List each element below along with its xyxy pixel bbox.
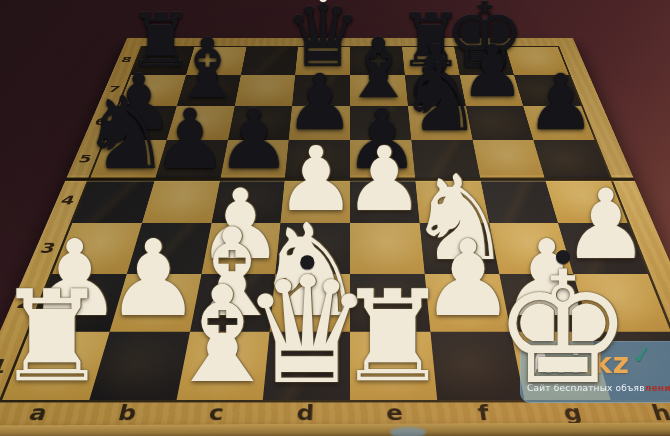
square-g7 xyxy=(459,75,523,106)
square-d5 xyxy=(285,140,350,179)
square-d4 xyxy=(281,179,350,223)
square-e6 xyxy=(350,106,411,141)
checkmark-icon: ✓ xyxy=(631,340,655,370)
square-f5 xyxy=(411,140,480,179)
square-e2 xyxy=(350,274,430,332)
table-reflection xyxy=(390,427,426,436)
square-e8 xyxy=(350,47,405,75)
square-h5 xyxy=(534,140,611,179)
square-d6 xyxy=(289,106,350,141)
square-d1 xyxy=(263,332,350,400)
square-c4 xyxy=(211,179,285,223)
square-c7 xyxy=(234,75,295,106)
square-a5 xyxy=(90,140,167,179)
square-b2 xyxy=(109,274,201,332)
square-h7 xyxy=(514,75,581,106)
photo-stage: 12345678abcdefgh ♜♛♜♚♝♝♟♟♟♟♞♟♞♟♟♟♟♟♟♞♟♟♟… xyxy=(0,0,670,436)
square-h2 xyxy=(573,274,670,332)
square-c2 xyxy=(190,274,276,332)
square-d7 xyxy=(292,75,350,106)
square-f6 xyxy=(408,106,473,141)
square-e4 xyxy=(350,179,419,223)
square-b5 xyxy=(155,140,228,179)
square-f1 xyxy=(430,332,524,400)
square-d2 xyxy=(270,274,350,332)
square-h4 xyxy=(545,179,628,223)
square-b7 xyxy=(177,75,241,106)
square-f8 xyxy=(402,47,459,75)
square-g5 xyxy=(472,140,545,179)
square-f4 xyxy=(415,179,489,223)
square-e7 xyxy=(350,75,408,106)
square-g8 xyxy=(454,47,514,75)
square-a6 xyxy=(105,106,176,141)
square-b8 xyxy=(186,47,246,75)
square-c3 xyxy=(201,223,280,273)
black-queen-finial xyxy=(319,0,327,2)
square-c5 xyxy=(220,140,289,179)
square-d8 xyxy=(295,47,350,75)
square-h8 xyxy=(506,47,569,75)
square-e5 xyxy=(350,140,415,179)
watermark-tagline-end: лений xyxy=(645,383,670,393)
square-c6 xyxy=(228,106,293,141)
watermark-brand-suffix: kz xyxy=(593,347,630,380)
watermark-panel: Avi.kz ✓ Сайт бесплатных объявлений xyxy=(520,341,670,403)
square-b3 xyxy=(127,223,211,273)
square-b6 xyxy=(166,106,234,141)
square-c1 xyxy=(176,332,270,400)
square-f2 xyxy=(424,274,510,332)
square-d3 xyxy=(276,223,350,273)
square-f7 xyxy=(405,75,466,106)
square-g6 xyxy=(466,106,534,141)
square-h6 xyxy=(523,106,594,141)
square-f3 xyxy=(419,223,498,273)
square-e3 xyxy=(350,223,424,273)
square-h3 xyxy=(558,223,647,273)
square-a8 xyxy=(131,47,194,75)
watermark-brand-dot: . xyxy=(582,347,594,380)
watermark-tagline-start: Сайт бесплатных объяв xyxy=(527,383,645,393)
square-a7 xyxy=(119,75,186,106)
watermark-brand: Avi.kz ✓ xyxy=(530,347,630,380)
square-c8 xyxy=(241,47,298,75)
square-b4 xyxy=(142,179,220,223)
watermark-tagline: Сайт бесплатных объявлений xyxy=(527,383,670,393)
board-front-edge xyxy=(0,422,670,436)
square-e1 xyxy=(350,332,437,400)
watermark-brand-main: Avi xyxy=(530,347,582,380)
